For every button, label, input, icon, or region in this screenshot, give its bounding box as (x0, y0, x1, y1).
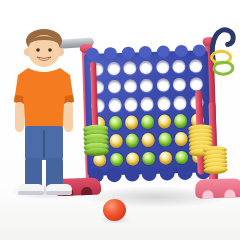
empty-hole (157, 97, 170, 111)
cell-r6c2 (108, 151, 124, 169)
scallop-bump (192, 44, 205, 56)
cell-r2c6 (172, 76, 188, 94)
cell-r3c3 (123, 96, 139, 114)
yellow-disc (142, 133, 155, 147)
scallop-bump (160, 165, 175, 180)
yellow-disc (125, 116, 138, 130)
green-disc (142, 151, 155, 165)
child-arm (64, 102, 73, 132)
cell-r5c3 (124, 132, 140, 150)
cell-r1c3 (122, 59, 138, 77)
empty-hole (172, 60, 185, 74)
scallop-bump (157, 45, 170, 57)
empty-hole (140, 79, 153, 93)
empty-hole (174, 96, 187, 110)
cell-r3c5 (156, 95, 172, 113)
cell-r2c2 (106, 78, 122, 96)
cell-r2c4 (139, 77, 155, 95)
product-photo-scene (0, 0, 240, 240)
yellow-ring-stack-b (203, 150, 228, 175)
yellow-ring (203, 166, 227, 175)
scallop-bump (142, 166, 157, 181)
yellow-disc (158, 115, 171, 129)
cell-r3c6 (172, 94, 188, 112)
empty-hole (189, 59, 202, 73)
empty-hole (123, 61, 136, 75)
green-disc (110, 153, 123, 167)
cell-r4c6 (173, 112, 189, 130)
empty-hole (173, 78, 186, 92)
green-disc (141, 115, 154, 129)
cell-r5c4 (141, 131, 157, 149)
cell-r6c5 (158, 149, 174, 167)
scallop-bump (124, 166, 139, 181)
green-disc (175, 150, 188, 164)
cell-r4c4 (140, 113, 156, 131)
red-ball (103, 199, 126, 221)
yellow-disc (175, 132, 188, 146)
green-disc (108, 116, 121, 130)
cell-r3c2 (107, 96, 123, 114)
cell-r1c7 (188, 57, 204, 75)
scallop-bump (104, 47, 117, 59)
yellow-disc (109, 134, 122, 148)
cell-r5c5 (157, 131, 173, 149)
scallop-bump (107, 167, 122, 182)
hanging-ring-green (212, 60, 234, 76)
scallop-bump (139, 46, 152, 58)
cell-r2c3 (123, 78, 139, 96)
cell-r1c4 (138, 59, 154, 77)
empty-hole (189, 77, 202, 91)
frame-foot-right (195, 178, 240, 198)
foot-cutout (202, 190, 213, 198)
cell-r4c3 (124, 114, 140, 132)
yellow-disc (159, 151, 172, 165)
green-disc (158, 133, 171, 147)
scallop-bump (177, 165, 192, 180)
cell-r5c2 (108, 133, 124, 151)
empty-hole (140, 61, 153, 75)
empty-hole (141, 97, 154, 111)
green-disc (174, 114, 187, 128)
cell-r6c4 (141, 150, 157, 168)
scallop-bump (175, 45, 188, 57)
cell-r6c3 (125, 150, 141, 168)
empty-hole (108, 98, 121, 112)
empty-hole (157, 78, 170, 92)
yellow-disc (126, 152, 139, 166)
cell-r6c6 (174, 149, 190, 167)
empty-hole (124, 98, 137, 112)
cell-r4c5 (156, 113, 172, 131)
green-disc (125, 134, 138, 148)
empty-hole (156, 60, 169, 74)
cell-r1c6 (171, 58, 187, 76)
child (4, 24, 88, 196)
connect-four-board (84, 50, 212, 176)
cell-r1c5 (155, 58, 171, 76)
cell-r2c5 (155, 76, 171, 94)
cell-r1c2 (106, 60, 122, 78)
empty-hole (124, 79, 137, 93)
empty-hole (107, 62, 120, 76)
foot-cutout (224, 189, 235, 197)
child-arm (15, 102, 24, 132)
empty-hole (107, 80, 120, 94)
cell-r3c4 (140, 95, 156, 113)
cell-r4c2 (107, 114, 123, 132)
scallop-bump (121, 46, 134, 58)
cell-r5c6 (173, 130, 189, 148)
